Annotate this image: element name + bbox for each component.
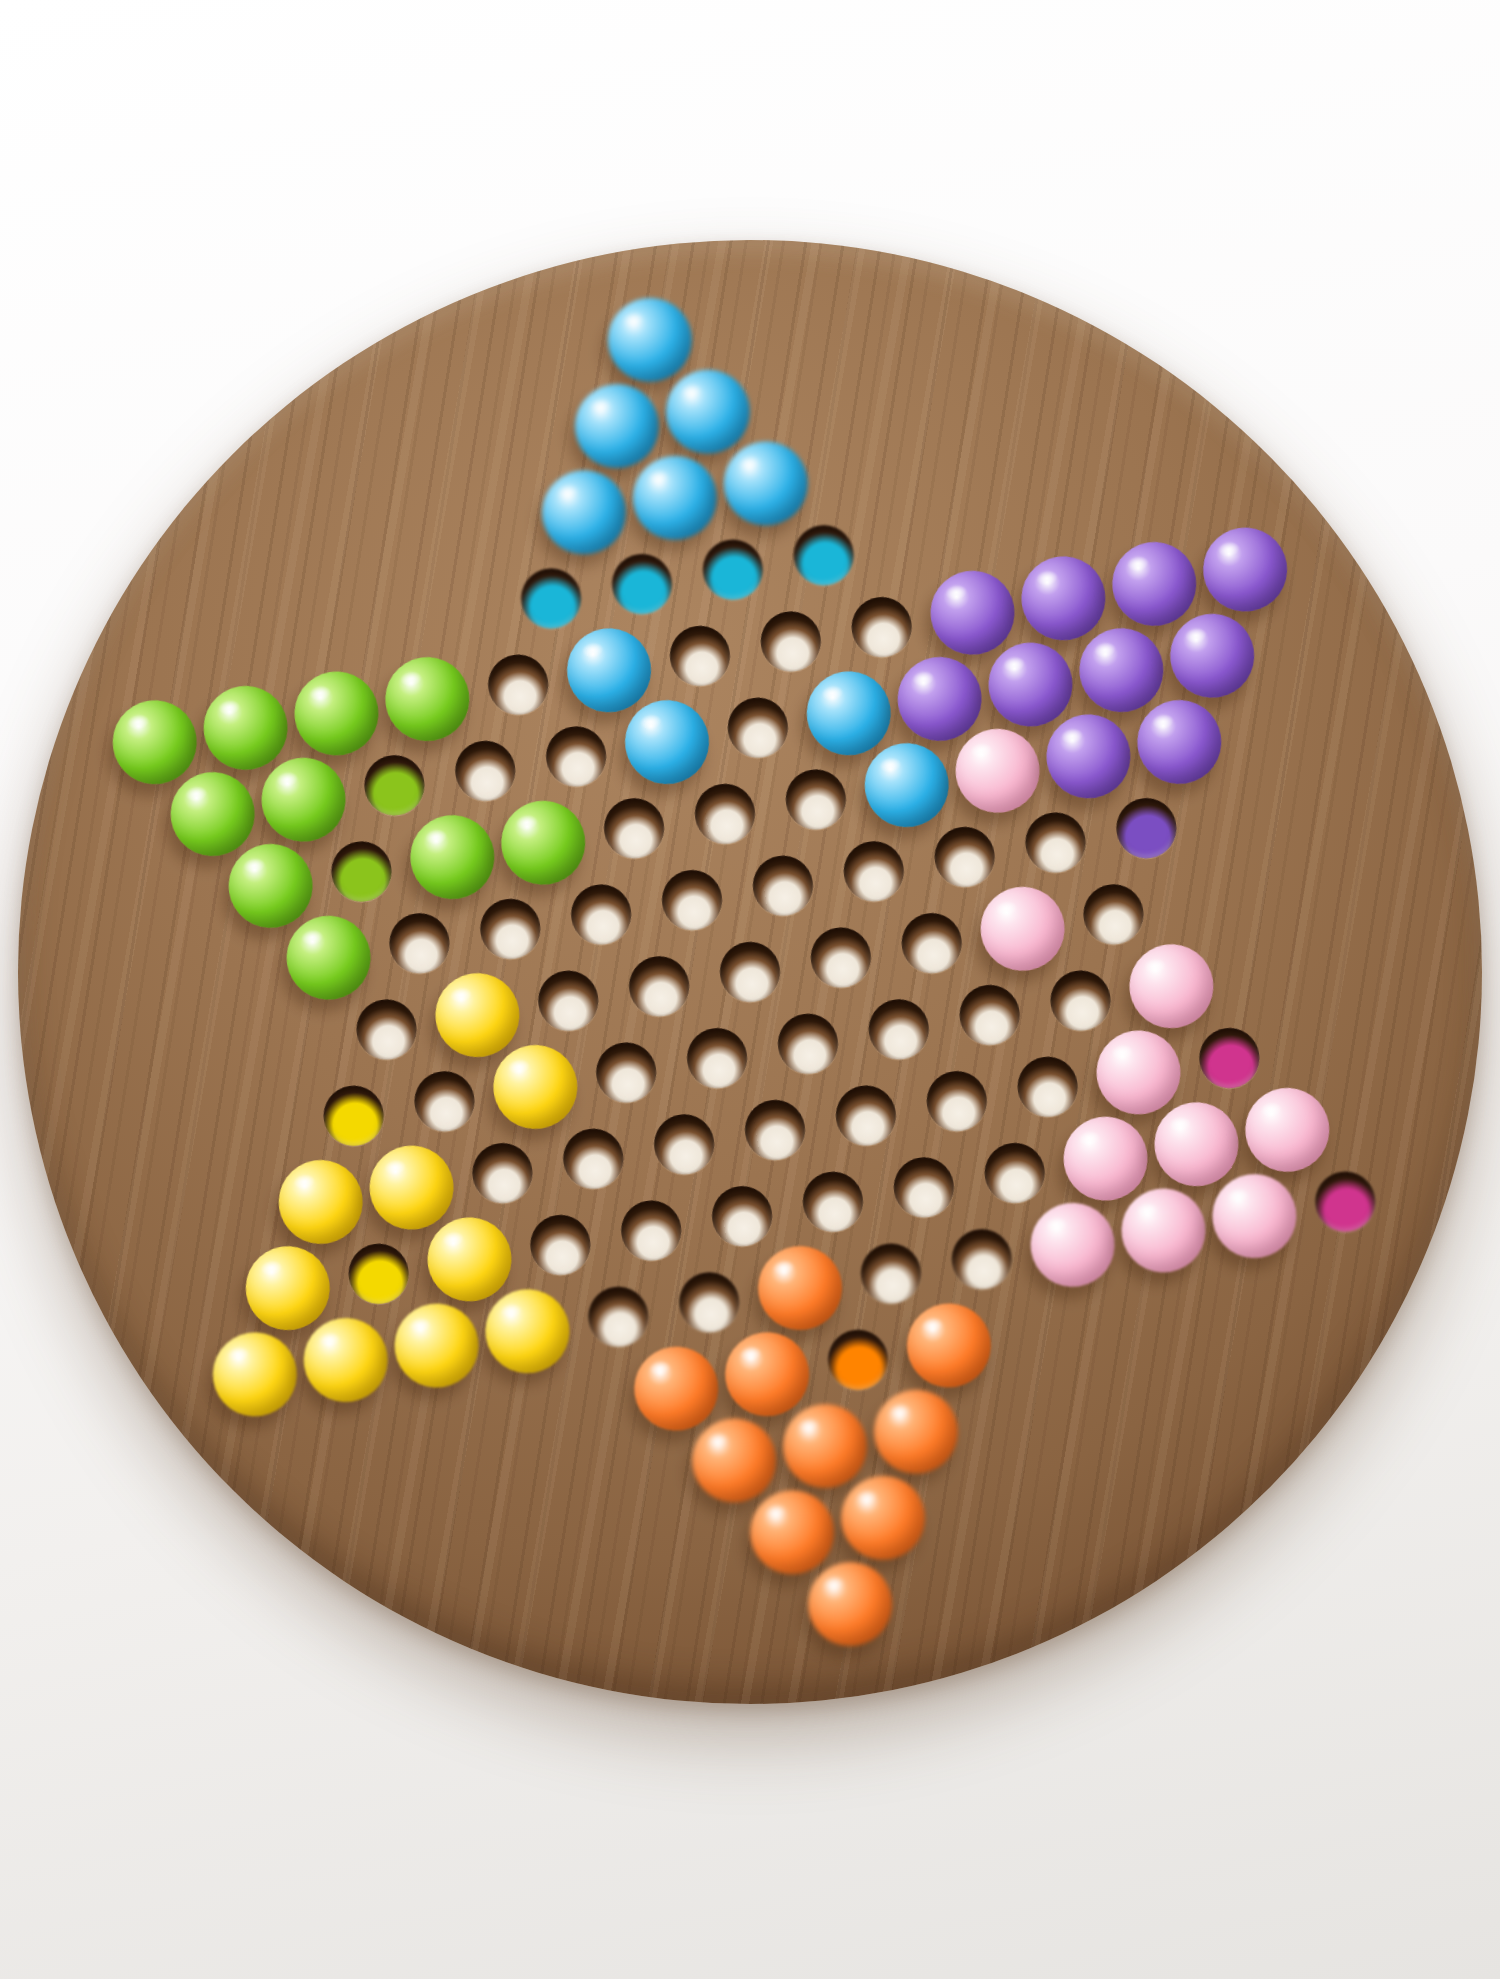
- marble-orange[interactable]: [802, 1556, 898, 1652]
- hole-home-blue[interactable]: [789, 521, 858, 590]
- marble-blue[interactable]: [627, 450, 723, 546]
- marble-yellow[interactable]: [389, 1298, 485, 1394]
- board-cell: [1070, 623, 1173, 716]
- board-cell: [302, 1069, 405, 1162]
- board-cell: [385, 1299, 488, 1392]
- hole-field[interactable]: [741, 1096, 810, 1165]
- marble-yellow[interactable]: [298, 1312, 394, 1408]
- board-cell: [376, 652, 479, 745]
- hole-field[interactable]: [749, 851, 818, 920]
- hole-field[interactable]: [1079, 880, 1148, 949]
- board-cell: [499, 552, 602, 645]
- marble-blue[interactable]: [859, 737, 955, 833]
- board-cell: [598, 293, 701, 386]
- board-cell: [1294, 1155, 1397, 1248]
- board-cell: [161, 767, 264, 860]
- board-cell: [930, 1213, 1033, 1306]
- board-cell: [1103, 537, 1206, 630]
- board-cell: [492, 796, 595, 889]
- hole-home-green[interactable]: [360, 751, 429, 820]
- marble-pink[interactable]: [1115, 1182, 1211, 1278]
- board-cell: [1145, 1098, 1248, 1191]
- board-cell: [509, 1198, 612, 1291]
- hole-field[interactable]: [410, 1067, 479, 1136]
- board-cell: [938, 968, 1041, 1061]
- board-cell: [946, 724, 1049, 817]
- hole-field[interactable]: [683, 1024, 752, 1093]
- marble-purple[interactable]: [1164, 608, 1260, 704]
- marble-blue[interactable]: [660, 364, 756, 460]
- hole-field[interactable]: [724, 693, 793, 762]
- hole-field[interactable]: [807, 923, 876, 992]
- board-cell: [789, 911, 892, 1004]
- marble-orange[interactable]: [719, 1326, 815, 1422]
- board-cell: [393, 1055, 496, 1148]
- marble-yellow[interactable]: [207, 1326, 303, 1422]
- board-cell: [294, 1313, 397, 1406]
- board-cell: [1112, 1184, 1215, 1277]
- marble-blue[interactable]: [536, 464, 632, 560]
- marble-purple[interactable]: [1131, 694, 1227, 790]
- board-cell: [1120, 940, 1223, 1033]
- marble-orange[interactable]: [744, 1484, 840, 1580]
- board-cell: [459, 882, 562, 975]
- board-cell: [748, 1241, 851, 1334]
- hole-field[interactable]: [1013, 1053, 1082, 1122]
- hole-field[interactable]: [451, 737, 520, 806]
- marble-purple[interactable]: [892, 651, 988, 747]
- marble-pink[interactable]: [1206, 1168, 1302, 1264]
- hole-field[interactable]: [774, 1009, 843, 1078]
- board-cell: [327, 1227, 430, 1320]
- board-cell: [236, 1241, 339, 1334]
- hole-field[interactable]: [484, 650, 553, 719]
- board-cell: [971, 882, 1074, 975]
- board-cell: [1062, 868, 1165, 961]
- board-cell: [681, 523, 784, 616]
- hole-field[interactable]: [756, 607, 825, 676]
- board-cell: [648, 609, 751, 702]
- board-cell: [698, 925, 801, 1018]
- marble-blue[interactable]: [801, 665, 897, 761]
- board-cell: [418, 1213, 521, 1306]
- board-cell: [822, 825, 925, 918]
- marble-pink[interactable]: [950, 723, 1046, 819]
- board-cell: [773, 1399, 876, 1492]
- marble-yellow[interactable]: [479, 1283, 575, 1379]
- board-cell: [285, 667, 388, 760]
- hole-field[interactable]: [592, 1038, 661, 1107]
- photo-scene: [0, 0, 1500, 1979]
- board-cell: [1178, 1011, 1281, 1104]
- hole-home-blue[interactable]: [608, 550, 677, 619]
- marble-pink[interactable]: [1058, 1111, 1154, 1207]
- hole-field[interactable]: [650, 1110, 719, 1179]
- board-cell: [1037, 710, 1140, 803]
- marble-blue[interactable]: [561, 622, 657, 718]
- hole-field[interactable]: [955, 981, 1024, 1050]
- board-cell: [615, 695, 718, 788]
- hole-field[interactable]: [625, 952, 694, 1021]
- hole-field[interactable]: [847, 593, 916, 662]
- board-cell: [772, 509, 875, 602]
- board-cell: [269, 1155, 372, 1248]
- hole-field[interactable]: [799, 1168, 868, 1237]
- marble-orange[interactable]: [901, 1297, 997, 1393]
- board-cell: [723, 1083, 826, 1176]
- marble-green[interactable]: [404, 809, 500, 905]
- hole-field[interactable]: [839, 837, 908, 906]
- board-cell: [194, 681, 297, 774]
- hole-field[interactable]: [584, 1283, 653, 1352]
- hole-home-pink[interactable]: [1311, 1167, 1380, 1236]
- hole-grid: [53, 207, 1447, 1737]
- board-cell: [814, 1069, 917, 1162]
- board-cell: [781, 1155, 884, 1248]
- board-cell: [888, 652, 991, 745]
- hole-field[interactable]: [617, 1196, 686, 1265]
- marble-green[interactable]: [255, 752, 351, 848]
- board-cell: [632, 1098, 735, 1191]
- board-cell: [1203, 1169, 1306, 1262]
- marble-green[interactable]: [281, 910, 377, 1006]
- hole-field[interactable]: [658, 866, 727, 935]
- marble-orange[interactable]: [868, 1384, 964, 1480]
- hole-home-pink[interactable]: [1195, 1024, 1264, 1093]
- board-cell: [839, 1227, 942, 1320]
- hole-home-orange[interactable]: [824, 1326, 893, 1395]
- board-cell: [451, 1127, 554, 1220]
- board-cell: [252, 753, 355, 846]
- marble-yellow[interactable]: [240, 1240, 336, 1336]
- hole-field[interactable]: [468, 1139, 537, 1208]
- hole-field[interactable]: [922, 1067, 991, 1136]
- board-cell: [565, 379, 668, 472]
- hole-field[interactable]: [864, 995, 933, 1064]
- board-cell: [798, 1557, 901, 1650]
- board-cell: [467, 638, 570, 731]
- board-cell: [434, 724, 537, 817]
- hole-home-green[interactable]: [327, 837, 396, 906]
- hole-field[interactable]: [691, 780, 760, 849]
- board-cell: [706, 681, 809, 774]
- marble-green[interactable]: [198, 680, 294, 776]
- board-cell: [532, 466, 635, 559]
- hole-field[interactable]: [897, 909, 966, 978]
- board-cell: [582, 782, 685, 875]
- hole-field[interactable]: [930, 823, 999, 892]
- board-cell: [673, 767, 776, 860]
- board-cell: [996, 1040, 1099, 1133]
- marble-blue[interactable]: [619, 694, 715, 790]
- board-cell: [600, 1184, 703, 1277]
- hole-field[interactable]: [1046, 966, 1115, 1035]
- marble-pink[interactable]: [975, 881, 1071, 977]
- marble-yellow[interactable]: [487, 1039, 583, 1135]
- board-cell: [401, 810, 504, 903]
- board-cell: [343, 739, 446, 832]
- hole-home-blue[interactable]: [517, 564, 586, 633]
- board-cell: [979, 638, 1082, 731]
- board-cell: [806, 1313, 909, 1406]
- chinese-checkers-board: [18, 240, 1482, 1704]
- marble-orange[interactable]: [835, 1470, 931, 1566]
- hole-field[interactable]: [716, 938, 785, 1007]
- marble-blue[interactable]: [718, 435, 814, 531]
- board-cell: [360, 1141, 463, 1234]
- board-cell: [756, 997, 859, 1090]
- board-cell: [872, 1141, 975, 1234]
- hole-field[interactable]: [567, 880, 636, 949]
- board-cell: [855, 738, 958, 831]
- board-cell: [426, 968, 529, 1061]
- board-cell: [1087, 1026, 1190, 1119]
- board-cell: [690, 1170, 793, 1263]
- marble-purple[interactable]: [1197, 522, 1293, 618]
- marble-purple[interactable]: [1073, 622, 1169, 718]
- hole-field[interactable]: [600, 794, 669, 863]
- board-cell: [557, 624, 660, 717]
- board-cell: [905, 1055, 1008, 1148]
- board-cell: [625, 1342, 728, 1435]
- board-cell: [368, 897, 471, 990]
- board-cell: [203, 1328, 306, 1421]
- marble-blue[interactable]: [569, 378, 665, 474]
- board-cell: [731, 839, 834, 932]
- hole-field[interactable]: [675, 1268, 744, 1337]
- board-cell: [1128, 695, 1231, 788]
- marble-green[interactable]: [379, 651, 475, 747]
- board-cell: [310, 825, 413, 918]
- board-cell: [549, 868, 652, 961]
- marble-orange[interactable]: [777, 1398, 873, 1494]
- marble-green[interactable]: [107, 694, 203, 790]
- board-cell: [921, 566, 1024, 659]
- marble-yellow[interactable]: [273, 1154, 369, 1250]
- marble-pink[interactable]: [1025, 1197, 1121, 1293]
- marble-green[interactable]: [495, 795, 591, 891]
- board-cell: [1095, 782, 1198, 875]
- hole-field[interactable]: [1021, 808, 1090, 877]
- hole-field[interactable]: [708, 1182, 777, 1251]
- board-cell: [714, 437, 817, 530]
- board-cell: [484, 1040, 587, 1133]
- hole-field[interactable]: [832, 1081, 901, 1150]
- hole-field[interactable]: [559, 1124, 628, 1193]
- hole-field[interactable]: [857, 1239, 926, 1308]
- board-cell: [1054, 1112, 1157, 1205]
- board-cell: [219, 839, 322, 932]
- board-cell: [683, 1414, 786, 1507]
- board-cell: [103, 696, 206, 789]
- board-cell: [897, 1299, 1000, 1392]
- hole-field[interactable]: [890, 1153, 959, 1222]
- marble-purple[interactable]: [1040, 708, 1136, 804]
- board-cell: [880, 897, 983, 990]
- hole-field[interactable]: [476, 895, 545, 964]
- board-cell: [658, 1256, 761, 1349]
- hole-home-yellow[interactable]: [344, 1239, 413, 1308]
- board-cell: [1029, 954, 1132, 1047]
- marble-yellow[interactable]: [421, 1211, 517, 1307]
- board-cell: [864, 1385, 967, 1478]
- marble-green[interactable]: [223, 838, 319, 934]
- marble-purple[interactable]: [1015, 550, 1111, 646]
- hole-field[interactable]: [526, 1211, 595, 1280]
- marble-blue[interactable]: [602, 292, 698, 388]
- marble-purple[interactable]: [982, 637, 1078, 733]
- hole-field[interactable]: [385, 909, 454, 978]
- board-cell: [656, 365, 759, 458]
- board-cell: [913, 810, 1016, 903]
- board-cell: [640, 853, 743, 946]
- marble-yellow[interactable]: [429, 967, 525, 1063]
- board-cell: [335, 983, 438, 1076]
- hole-field[interactable]: [542, 722, 611, 791]
- marble-purple[interactable]: [1106, 536, 1202, 632]
- board-cell: [963, 1126, 1066, 1219]
- board-cell: [590, 537, 693, 630]
- marble-green[interactable]: [165, 766, 261, 862]
- hole-home-blue[interactable]: [699, 535, 768, 604]
- hole-field[interactable]: [666, 622, 735, 691]
- board-cell: [567, 1270, 670, 1363]
- board-cell: [665, 1012, 768, 1105]
- hole-field[interactable]: [782, 765, 851, 834]
- marble-pink[interactable]: [1090, 1024, 1186, 1120]
- board-cell: [575, 1026, 678, 1119]
- board-cell: [1004, 796, 1107, 889]
- board-cell: [797, 667, 900, 760]
- board-cell: [607, 940, 710, 1033]
- board-cell: [1021, 1198, 1124, 1291]
- board-cell: [1193, 523, 1296, 616]
- board-cell: [739, 595, 842, 688]
- board-cell: [764, 753, 867, 846]
- hole-home-purple[interactable]: [1112, 794, 1181, 863]
- board-cell: [1236, 1083, 1339, 1176]
- board-cell: [1161, 609, 1264, 702]
- marble-pink[interactable]: [1123, 938, 1219, 1034]
- marble-pink[interactable]: [1239, 1082, 1335, 1178]
- marble-pink[interactable]: [1148, 1096, 1244, 1192]
- board-cell: [277, 911, 380, 1004]
- board-cell: [517, 954, 620, 1047]
- hole-field[interactable]: [980, 1139, 1049, 1208]
- marble-yellow[interactable]: [364, 1140, 460, 1236]
- hole-field[interactable]: [947, 1225, 1016, 1294]
- board-cell: [542, 1112, 645, 1205]
- hole-field[interactable]: [352, 995, 421, 1064]
- board-cell: [623, 451, 726, 544]
- board-cell: [715, 1328, 818, 1421]
- board-cell: [740, 1486, 843, 1579]
- hole-field[interactable]: [534, 966, 603, 1035]
- board-cell: [830, 580, 933, 673]
- board-cell: [831, 1471, 934, 1564]
- board-cell: [524, 710, 627, 803]
- board-cell: [476, 1285, 579, 1378]
- board-cell: [847, 983, 950, 1076]
- hole-home-yellow[interactable]: [319, 1081, 388, 1150]
- marble-orange[interactable]: [752, 1240, 848, 1336]
- marble-green[interactable]: [288, 665, 384, 761]
- marble-orange[interactable]: [686, 1412, 782, 1508]
- marble-orange[interactable]: [628, 1341, 724, 1437]
- board-cell: [1012, 552, 1115, 645]
- marble-purple[interactable]: [924, 565, 1020, 661]
